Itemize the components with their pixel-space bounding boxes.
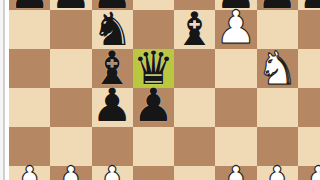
square-e4[interactable] — [174, 88, 215, 127]
black-bishop-e6[interactable]: ♝ — [174, 10, 215, 49]
square-a7[interactable]: ♟ — [9, 0, 50, 10]
square-f2[interactable]: ♟ — [215, 166, 256, 180]
square-a4[interactable] — [9, 88, 50, 127]
square-b6[interactable] — [50, 10, 91, 49]
chess-board-viewport: ♟♟♟♟♟♟♞♝♟6♝♛♞5♟♟43♟♟♟♟♟2♟ — [0, 0, 320, 180]
square-g4[interactable] — [257, 88, 298, 127]
square-a5[interactable] — [9, 49, 50, 88]
black-pawn-d4[interactable]: ♟ — [133, 86, 174, 125]
black-pawn-c4[interactable]: ♟ — [92, 86, 133, 125]
square-b5[interactable] — [50, 49, 91, 88]
square-d3[interactable] — [133, 127, 174, 166]
white-pawn-c2[interactable]: ♟ — [92, 164, 133, 180]
chess-board[interactable]: ♟♟♟♟♟♟♞♝♟6♝♛♞5♟♟43♟♟♟♟♟2♟ — [9, 0, 320, 180]
scrollbar-track[interactable] — [0, 0, 9, 180]
square-e5[interactable] — [174, 49, 215, 88]
white-pawn-f2[interactable]: ♟ — [215, 164, 256, 180]
square-h2[interactable]: 2♟ — [298, 166, 320, 180]
square-h7[interactable]: ♟ — [298, 0, 320, 10]
square-b2[interactable]: ♟ — [50, 166, 91, 180]
white-pawn-a2[interactable]: ♟ — [9, 164, 50, 180]
square-g7[interactable]: ♟ — [257, 0, 298, 10]
square-e2[interactable] — [174, 166, 215, 180]
square-a6[interactable] — [9, 10, 50, 49]
square-d4[interactable]: ♟ — [133, 88, 174, 127]
square-g2[interactable]: ♟ — [257, 166, 298, 180]
square-b4[interactable] — [50, 88, 91, 127]
square-e6[interactable]: ♝ — [174, 10, 215, 49]
square-h4[interactable]: 4 — [298, 88, 320, 127]
white-pawn-h2[interactable]: ♟ — [298, 164, 320, 180]
white-knight-g5[interactable]: ♞ — [257, 49, 298, 88]
white-pawn-g2[interactable]: ♟ — [257, 164, 298, 180]
square-d2[interactable] — [133, 166, 174, 180]
square-f4[interactable] — [215, 88, 256, 127]
square-h5[interactable]: 5 — [298, 49, 320, 88]
square-d7[interactable] — [133, 0, 174, 10]
square-h6[interactable]: 6 — [298, 10, 320, 49]
square-c4[interactable]: ♟ — [92, 88, 133, 127]
square-f6[interactable]: ♟ — [215, 10, 256, 49]
square-c2[interactable]: ♟ — [92, 166, 133, 180]
square-e3[interactable] — [174, 127, 215, 166]
square-f5[interactable] — [215, 49, 256, 88]
square-a2[interactable]: ♟ — [9, 166, 50, 180]
white-pawn-f6[interactable]: ♟ — [215, 8, 256, 47]
white-pawn-b2[interactable]: ♟ — [50, 164, 91, 180]
square-g5[interactable]: ♞ — [257, 49, 298, 88]
square-b7[interactable]: ♟ — [50, 0, 91, 10]
